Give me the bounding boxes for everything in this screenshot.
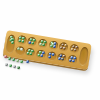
pit-bottom-6[interactable] [67,55,77,65]
loose-bead-darkgreen [17,66,20,69]
bead-green [21,39,24,42]
loose-bead-green [20,60,23,63]
bead-blue [47,55,50,58]
pit-top-1[interactable] [17,35,27,45]
pit-top-3[interactable] [38,38,48,48]
bead-brown [74,48,77,51]
photo-scene [0,0,100,100]
right-store-pit [78,46,89,66]
bead-green [42,43,45,46]
loose-bead-gray [13,65,16,68]
bead-blue [72,59,75,62]
pit-bottom-2[interactable] [25,48,35,58]
bead-green [11,41,14,44]
pit-bottom-1[interactable] [15,46,25,56]
cell-bottom-6 [66,53,78,66]
pit-bottom-5[interactable] [57,53,67,63]
bead-blue [40,54,43,57]
loose-bead-green [9,64,12,67]
pit-top-5[interactable] [59,42,69,52]
pit-bottom-3[interactable] [36,49,46,59]
pit-top-2[interactable] [27,37,37,47]
bead-clear [20,47,23,50]
pit-top-6[interactable] [69,44,79,54]
pit-bottom-4[interactable] [46,51,56,61]
mancala-board [3,30,92,70]
loose-bead-lightgreen [16,59,19,62]
loose-bead-blue [26,60,29,63]
loose-bead-green [12,58,15,61]
pit-grid [14,34,81,66]
bead-blue [52,52,55,55]
loose-bead-gray [5,63,8,66]
bead-green [10,38,13,41]
pit-top-4[interactable] [48,40,58,50]
loose-bead-green [8,57,11,60]
